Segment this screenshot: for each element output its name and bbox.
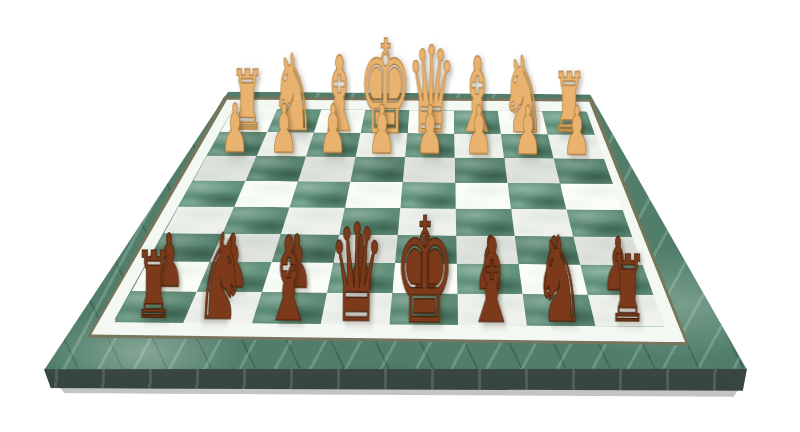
board-grid: ♜♞♝♚♛♝♞♜♟♟♟♟♟♟♟♟♟♟♟♟♟♟♟♟♜♞♝♛♚♝♞♜ (0, 0, 800, 432)
square-r3c5 (455, 182, 512, 209)
piece-dark-knight: ♞ (196, 218, 246, 337)
piece-dark-bishop: ♝ (467, 222, 516, 339)
piece-light-pawn: ♟ (270, 95, 298, 162)
piece-dark-rook: ♜ (608, 243, 647, 335)
piece-light-pawn: ♟ (562, 98, 590, 165)
piece-light-pawn: ♟ (465, 97, 493, 164)
piece-light-pawn: ♟ (221, 95, 249, 162)
piece-dark-knight: ♞ (535, 221, 585, 340)
piece-light-pawn: ♟ (367, 96, 395, 163)
piece-dark-king: ♚ (394, 198, 455, 344)
piece-light-pawn: ♟ (514, 97, 542, 164)
piece-dark-rook: ♜ (134, 239, 173, 331)
board-tilt-wrapper: ♜♞♝♚♛♝♞♜♟♟♟♟♟♟♟♟♟♟♟♟♟♟♟♟♜♞♝♛♚♝♞♜ (0, 0, 800, 432)
square-r3c6 (507, 183, 567, 210)
piece-light-pawn: ♟ (319, 96, 347, 163)
piece-light-pawn: ♟ (416, 97, 444, 164)
square-r3c7 (560, 183, 623, 210)
piece-dark-queen: ♛ (328, 207, 385, 342)
chess-set-photo: ♜♞♝♚♛♝♞♜♟♟♟♟♟♟♟♟♟♟♟♟♟♟♟♟♜♞♝♛♚♝♞♜ (0, 0, 800, 432)
piece-dark-bishop: ♝ (264, 221, 313, 338)
